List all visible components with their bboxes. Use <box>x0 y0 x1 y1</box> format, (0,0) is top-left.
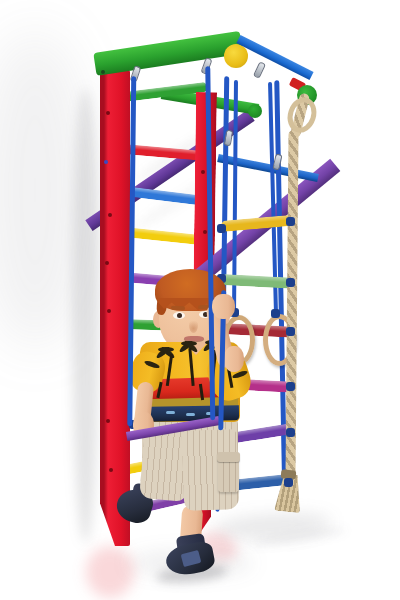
screw-8 <box>201 170 205 174</box>
rope-knot-3 <box>286 278 295 287</box>
screw-2 <box>108 213 112 217</box>
boy-left-hand-grip <box>212 294 235 319</box>
rope-knot-5 <box>286 327 295 336</box>
green-arm-end-cap <box>248 104 262 118</box>
screw-0 <box>106 111 110 115</box>
screw-7 <box>101 70 105 74</box>
hem-mark-1 <box>186 413 195 416</box>
screw-1 <box>104 160 108 164</box>
screw-9 <box>203 230 207 234</box>
rope-knot-1 <box>286 217 295 226</box>
floor-reflection-rail <box>86 546 134 598</box>
boy-left-elbow <box>224 346 244 372</box>
screw-5 <box>106 419 110 423</box>
screw-3 <box>105 261 109 265</box>
boy-nose <box>189 318 198 333</box>
boy-shorts-pocket-flap <box>217 452 240 462</box>
screw-6 <box>109 468 113 472</box>
metal-hook-2 <box>253 61 266 78</box>
boy-pupil-left <box>177 313 182 318</box>
rope-knot-7 <box>286 382 295 391</box>
blue-extension-bar <box>236 35 313 80</box>
left-red-rail <box>100 70 130 546</box>
rope-knot-11 <box>284 478 293 487</box>
screw-4 <box>107 309 111 313</box>
beam-yellow-end-cap <box>224 44 248 68</box>
metal-hook-3 <box>224 130 234 147</box>
hem-mark-0 <box>166 411 175 414</box>
rope-knot-9 <box>286 428 295 437</box>
rope-knot-13 <box>271 309 280 318</box>
product-photo-kids-gym <box>0 0 400 600</box>
top-green-beam <box>93 31 243 76</box>
rope-knot-0 <box>217 224 226 233</box>
